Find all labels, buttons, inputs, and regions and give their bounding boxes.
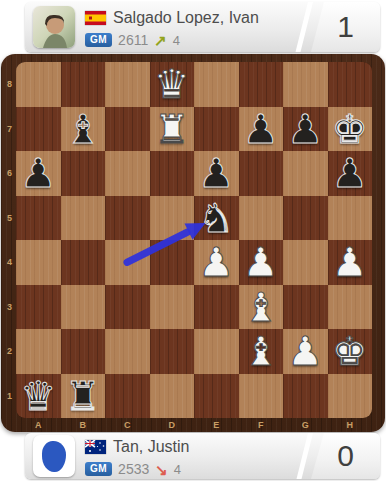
piece-black-bishop-b7[interactable]: ♝ xyxy=(65,107,101,151)
piece-black-pawn-f7[interactable]: ♟ xyxy=(243,107,279,151)
piece-white-bishop-f2[interactable]: ♝ xyxy=(243,329,279,373)
square-b8[interactable] xyxy=(61,62,106,107)
rank-label-6: 6 xyxy=(3,151,16,196)
player-top-title-badge: GM xyxy=(85,33,112,47)
square-d3[interactable] xyxy=(150,285,195,330)
player-bottom-score: 0 xyxy=(311,433,380,479)
player-top-rating: 2611 xyxy=(118,32,148,48)
square-h3[interactable] xyxy=(328,285,373,330)
rank-label-1: 1 xyxy=(3,374,16,419)
square-d8[interactable]: ♛ xyxy=(150,62,195,107)
player-bottom-info: Tan, Justin GM 2533 ↘ 4 xyxy=(85,436,280,478)
square-c7[interactable] xyxy=(105,107,150,152)
piece-black-pawn-h6[interactable]: ♟ xyxy=(332,151,368,195)
file-label-e: E xyxy=(194,417,239,432)
square-d4[interactable] xyxy=(150,240,195,285)
square-f3[interactable]: ♝ xyxy=(239,285,284,330)
square-e2[interactable] xyxy=(194,329,239,374)
score-divider xyxy=(297,433,313,479)
piece-white-bishop-f3[interactable]: ♝ xyxy=(243,285,279,329)
square-e7[interactable] xyxy=(194,107,239,152)
chess-board-frame: 87654321 ♛♝♜♟♟♚♟♟♟♞♟♟♟♝♝♟♚♛♜ ABCDEFGH xyxy=(1,54,385,432)
square-f7[interactable]: ♟ xyxy=(239,107,284,152)
piece-white-rook-d7[interactable]: ♜ xyxy=(154,107,190,151)
square-a2[interactable] xyxy=(16,329,61,374)
square-h7[interactable]: ♚ xyxy=(328,107,373,152)
square-b1[interactable]: ♜ xyxy=(61,374,106,419)
square-f4[interactable]: ♟ xyxy=(239,240,284,285)
player-bottom-trend-value: 4 xyxy=(174,462,181,477)
rank-label-4: 4 xyxy=(3,240,16,285)
file-label-a: A xyxy=(16,417,61,432)
square-c6[interactable] xyxy=(105,151,150,196)
file-label-f: F xyxy=(239,417,284,432)
square-g4[interactable] xyxy=(283,240,328,285)
square-c1[interactable] xyxy=(105,374,150,419)
player-bottom-rating: 2533 xyxy=(118,461,149,477)
rank-labels: 87654321 xyxy=(3,62,16,418)
square-d2[interactable] xyxy=(150,329,195,374)
piece-black-pawn-e6[interactable]: ♟ xyxy=(198,151,234,195)
square-g1[interactable] xyxy=(283,374,328,419)
rank-label-3: 3 xyxy=(3,285,16,330)
piece-white-queen-d8[interactable]: ♛ xyxy=(154,62,190,106)
square-e3[interactable] xyxy=(194,285,239,330)
player-bottom-name: Tan, Justin xyxy=(113,438,189,456)
player-top-avatar xyxy=(33,6,75,48)
square-h4[interactable]: ♟ xyxy=(328,240,373,285)
rating-trend-up-icon: ↗ xyxy=(154,33,167,48)
square-c3[interactable] xyxy=(105,285,150,330)
player-bar-bottom: Tan, Justin GM 2533 ↘ 4 0 xyxy=(25,433,380,479)
player-bar-top: Salgado Lopez, Ivan GM 2611 ↗ 4 1 xyxy=(25,2,380,52)
square-a4[interactable] xyxy=(16,240,61,285)
player-top-trend-value: 4 xyxy=(173,33,180,48)
piece-white-pawn-h4[interactable]: ♟ xyxy=(332,240,368,284)
square-c4[interactable] xyxy=(105,240,150,285)
file-label-c: C xyxy=(105,417,150,432)
square-e4[interactable]: ♟ xyxy=(194,240,239,285)
square-e6[interactable]: ♟ xyxy=(194,151,239,196)
square-b5[interactable] xyxy=(61,196,106,241)
player-photo xyxy=(33,6,75,48)
square-g5[interactable] xyxy=(283,196,328,241)
square-a7[interactable] xyxy=(16,107,61,152)
square-d1[interactable] xyxy=(150,374,195,419)
square-e1[interactable] xyxy=(194,374,239,419)
piece-black-queen-a1[interactable]: ♛ xyxy=(20,374,56,418)
square-d7[interactable]: ♜ xyxy=(150,107,195,152)
square-c5[interactable] xyxy=(105,196,150,241)
file-label-h: H xyxy=(328,417,373,432)
square-g6[interactable] xyxy=(283,151,328,196)
piece-black-king-h7[interactable]: ♚ xyxy=(332,107,368,151)
square-a3[interactable] xyxy=(16,285,61,330)
piece-black-pawn-a6[interactable]: ♟ xyxy=(20,151,56,195)
square-h5[interactable] xyxy=(328,196,373,241)
square-h1[interactable] xyxy=(328,374,373,419)
square-f2[interactable]: ♝ xyxy=(239,329,284,374)
piece-black-knight-e5[interactable]: ♞ xyxy=(198,196,234,240)
square-g2[interactable]: ♟ xyxy=(283,329,328,374)
player-top-info: Salgado Lopez, Ivan GM 2611 ↗ 4 xyxy=(85,7,280,49)
rating-trend-down-icon: ↘ xyxy=(155,462,168,477)
square-a6[interactable]: ♟ xyxy=(16,151,61,196)
square-g8[interactable] xyxy=(283,62,328,107)
square-h8[interactable] xyxy=(328,62,373,107)
square-e5[interactable]: ♞ xyxy=(194,196,239,241)
square-a5[interactable] xyxy=(16,196,61,241)
file-labels: ABCDEFGH xyxy=(16,417,372,432)
piece-white-king-h2[interactable]: ♚ xyxy=(332,329,368,373)
score-divider xyxy=(296,2,313,52)
australia-flag-icon xyxy=(85,440,106,454)
square-c8[interactable] xyxy=(105,62,150,107)
piece-black-pawn-g7[interactable]: ♟ xyxy=(287,107,323,151)
square-b2[interactable] xyxy=(61,329,106,374)
rank-label-7: 7 xyxy=(3,107,16,152)
square-c2[interactable] xyxy=(105,329,150,374)
piece-white-pawn-g2[interactable]: ♟ xyxy=(287,329,323,373)
square-d6[interactable] xyxy=(150,151,195,196)
file-label-b: B xyxy=(61,417,106,432)
square-a8[interactable] xyxy=(16,62,61,107)
piece-white-pawn-f4[interactable]: ♟ xyxy=(243,240,279,284)
piece-black-rook-b1[interactable]: ♜ xyxy=(65,374,101,418)
file-label-d: D xyxy=(150,417,195,432)
rank-label-5: 5 xyxy=(3,196,16,241)
chess-board[interactable]: ♛♝♜♟♟♚♟♟♟♞♟♟♟♝♝♟♚♛♜ xyxy=(16,62,372,418)
piece-white-pawn-e4[interactable]: ♟ xyxy=(198,240,234,284)
default-avatar-icon xyxy=(42,441,66,472)
rank-label-8: 8 xyxy=(3,62,16,107)
square-f5[interactable] xyxy=(239,196,284,241)
player-top-name: Salgado Lopez, Ivan xyxy=(113,9,259,27)
square-g7[interactable]: ♟ xyxy=(283,107,328,152)
square-b7[interactable]: ♝ xyxy=(61,107,106,152)
square-h2[interactable]: ♚ xyxy=(328,329,373,374)
square-b6[interactable] xyxy=(61,151,106,196)
square-h6[interactable]: ♟ xyxy=(328,151,373,196)
square-e8[interactable] xyxy=(194,62,239,107)
player-bottom-title-badge: GM xyxy=(85,462,112,476)
square-f8[interactable] xyxy=(239,62,284,107)
rank-label-2: 2 xyxy=(3,329,16,374)
square-f1[interactable] xyxy=(239,374,284,419)
file-label-g: G xyxy=(283,417,328,432)
square-a1[interactable]: ♛ xyxy=(16,374,61,419)
player-top-score: 1 xyxy=(311,2,380,52)
square-d5[interactable] xyxy=(150,196,195,241)
broadcast-game-panel: Salgado Lopez, Ivan GM 2611 ↗ 4 1 876543… xyxy=(0,0,386,481)
player-bottom-avatar xyxy=(33,435,75,477)
square-g3[interactable] xyxy=(283,285,328,330)
spain-flag-icon xyxy=(85,11,106,25)
square-b4[interactable] xyxy=(61,240,106,285)
square-f6[interactable] xyxy=(239,151,284,196)
square-b3[interactable] xyxy=(61,285,106,330)
